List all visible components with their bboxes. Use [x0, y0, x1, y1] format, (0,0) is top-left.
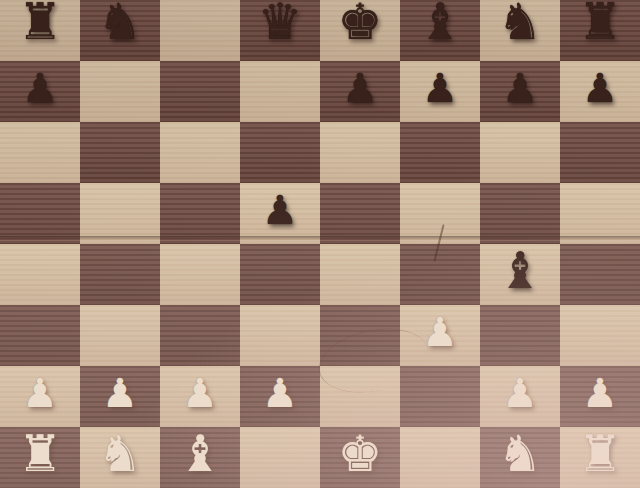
square-d1[interactable] — [240, 427, 320, 488]
board-photo: ♜♞♛♚♝♞♜♟♟♟♟♟♟♝♟♟♟♟♟♟♟♜♞♝♚♞♜ — [0, 0, 640, 488]
square-a4[interactable] — [0, 244, 80, 305]
square-e1[interactable]: ♚ — [320, 427, 400, 488]
square-b5[interactable] — [80, 183, 160, 244]
square-d4[interactable] — [240, 244, 320, 305]
white-pawn-d2[interactable]: ♟ — [262, 363, 298, 424]
square-g7[interactable]: ♟ — [480, 61, 560, 122]
white-pawn-a2[interactable]: ♟ — [22, 363, 58, 424]
square-f4[interactable] — [400, 244, 480, 305]
black-bishop-f8[interactable]: ♝ — [418, 0, 463, 53]
square-e6[interactable] — [320, 122, 400, 183]
black-pawn-h7[interactable]: ♟ — [582, 58, 618, 119]
square-f5[interactable] — [400, 183, 480, 244]
square-c5[interactable] — [160, 183, 240, 244]
square-c8[interactable] — [160, 0, 240, 61]
square-g8[interactable]: ♞ — [480, 0, 560, 61]
square-h4[interactable] — [560, 244, 640, 305]
square-e5[interactable] — [320, 183, 400, 244]
square-h8[interactable]: ♜ — [560, 0, 640, 61]
square-d5[interactable]: ♟ — [240, 183, 320, 244]
white-pawn-g2[interactable]: ♟ — [502, 363, 538, 424]
square-a5[interactable] — [0, 183, 80, 244]
black-pawn-d5[interactable]: ♟ — [262, 180, 298, 241]
square-e8[interactable]: ♚ — [320, 0, 400, 61]
square-f6[interactable] — [400, 122, 480, 183]
square-h1[interactable]: ♜ — [560, 427, 640, 488]
black-queen-d8[interactable]: ♛ — [258, 0, 303, 53]
square-f1[interactable] — [400, 427, 480, 488]
black-knight-b8[interactable]: ♞ — [98, 0, 143, 53]
white-bishop-c1[interactable]: ♝ — [178, 424, 223, 485]
square-h2[interactable]: ♟ — [560, 366, 640, 427]
square-e4[interactable] — [320, 244, 400, 305]
square-b8[interactable]: ♞ — [80, 0, 160, 61]
black-pawn-f7[interactable]: ♟ — [422, 58, 458, 119]
square-g4[interactable]: ♝ — [480, 244, 560, 305]
square-g5[interactable] — [480, 183, 560, 244]
white-rook-h1[interactable]: ♜ — [578, 424, 623, 485]
square-g2[interactable]: ♟ — [480, 366, 560, 427]
square-h3[interactable] — [560, 305, 640, 366]
black-bishop-g4[interactable]: ♝ — [498, 241, 543, 302]
square-a7[interactable]: ♟ — [0, 61, 80, 122]
white-pawn-b2[interactable]: ♟ — [102, 363, 138, 424]
square-f7[interactable]: ♟ — [400, 61, 480, 122]
white-rook-a1[interactable]: ♜ — [18, 424, 63, 485]
black-rook-a8[interactable]: ♜ — [18, 0, 63, 53]
square-c7[interactable] — [160, 61, 240, 122]
square-d6[interactable] — [240, 122, 320, 183]
chess-board: ♜♞♛♚♝♞♜♟♟♟♟♟♟♝♟♟♟♟♟♟♟♜♞♝♚♞♜ — [0, 0, 640, 488]
square-b3[interactable] — [80, 305, 160, 366]
square-c6[interactable] — [160, 122, 240, 183]
black-rook-h8[interactable]: ♜ — [578, 0, 623, 53]
square-b6[interactable] — [80, 122, 160, 183]
white-king-e1[interactable]: ♚ — [338, 424, 383, 485]
white-knight-b1[interactable]: ♞ — [98, 424, 143, 485]
square-e3[interactable] — [320, 305, 400, 366]
white-pawn-h2[interactable]: ♟ — [582, 363, 618, 424]
square-a6[interactable] — [0, 122, 80, 183]
black-pawn-g7[interactable]: ♟ — [502, 58, 538, 119]
white-pawn-c2[interactable]: ♟ — [182, 363, 218, 424]
square-c1[interactable]: ♝ — [160, 427, 240, 488]
square-e2[interactable] — [320, 366, 400, 427]
square-h5[interactable] — [560, 183, 640, 244]
square-d7[interactable] — [240, 61, 320, 122]
black-pawn-a7[interactable]: ♟ — [22, 58, 58, 119]
square-f8[interactable]: ♝ — [400, 0, 480, 61]
square-f2[interactable] — [400, 366, 480, 427]
square-b4[interactable] — [80, 244, 160, 305]
black-pawn-e7[interactable]: ♟ — [342, 58, 378, 119]
square-e7[interactable]: ♟ — [320, 61, 400, 122]
square-g3[interactable] — [480, 305, 560, 366]
square-b7[interactable] — [80, 61, 160, 122]
white-knight-g1[interactable]: ♞ — [498, 424, 543, 485]
square-h7[interactable]: ♟ — [560, 61, 640, 122]
square-c4[interactable] — [160, 244, 240, 305]
square-d3[interactable] — [240, 305, 320, 366]
square-g6[interactable] — [480, 122, 560, 183]
square-b1[interactable]: ♞ — [80, 427, 160, 488]
square-a8[interactable]: ♜ — [0, 0, 80, 61]
square-b2[interactable]: ♟ — [80, 366, 160, 427]
square-h6[interactable] — [560, 122, 640, 183]
square-c2[interactable]: ♟ — [160, 366, 240, 427]
square-a3[interactable] — [0, 305, 80, 366]
square-c3[interactable] — [160, 305, 240, 366]
square-a1[interactable]: ♜ — [0, 427, 80, 488]
square-d8[interactable]: ♛ — [240, 0, 320, 61]
black-knight-g8[interactable]: ♞ — [498, 0, 543, 53]
black-king-e8[interactable]: ♚ — [338, 0, 383, 53]
square-g1[interactable]: ♞ — [480, 427, 560, 488]
square-a2[interactable]: ♟ — [0, 366, 80, 427]
white-pawn-f3[interactable]: ♟ — [422, 302, 458, 363]
square-d2[interactable]: ♟ — [240, 366, 320, 427]
square-f3[interactable]: ♟ — [400, 305, 480, 366]
